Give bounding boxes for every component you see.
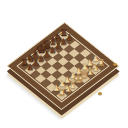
piece-white-rook: ♜	[57, 88, 66, 97]
product-photo: ♜♟♟♜♞♟♟♞♝♟♟♝♛♟♟♛♚♟♟♚♝♟♟♝♞♟♟♞♜♟♟♜	[0, 0, 128, 128]
brass-clasp-icon	[98, 92, 102, 95]
piece-black-pawn: ♟	[26, 63, 34, 71]
brass-hinge-icon	[113, 63, 117, 66]
